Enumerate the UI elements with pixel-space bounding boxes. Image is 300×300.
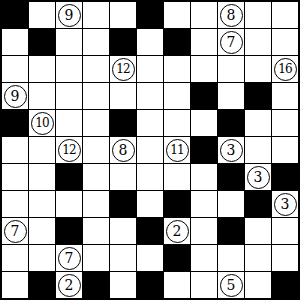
kuromasu-board: 98712169101281133372725 — [0, 0, 300, 300]
clue-circle: 7 — [4, 220, 27, 243]
white-cell[interactable] — [272, 83, 298, 109]
black-cell[interactable] — [2, 2, 28, 28]
black-cell[interactable] — [137, 2, 163, 28]
clue-circle: 11 — [166, 139, 189, 162]
black-cell[interactable] — [29, 272, 55, 298]
white-cell[interactable] — [2, 245, 28, 271]
black-cell[interactable] — [110, 110, 136, 136]
white-cell[interactable] — [83, 29, 109, 55]
white-cell[interactable] — [164, 164, 190, 190]
white-cell[interactable] — [2, 272, 28, 298]
clue-cell: 2 — [56, 272, 82, 298]
white-cell[interactable] — [272, 245, 298, 271]
clue-circle: 16 — [274, 58, 297, 81]
clue-cell: 10 — [29, 110, 55, 136]
white-cell[interactable] — [137, 191, 163, 217]
white-cell[interactable] — [29, 2, 55, 28]
black-cell[interactable] — [191, 83, 217, 109]
white-cell[interactable] — [218, 191, 244, 217]
white-cell[interactable] — [137, 164, 163, 190]
white-cell[interactable] — [2, 137, 28, 163]
clue-cell: 2 — [164, 218, 190, 244]
clue-cell: 7 — [56, 245, 82, 271]
white-cell[interactable] — [29, 245, 55, 271]
clue-circle: 2 — [166, 220, 189, 243]
clue-circle: 9 — [58, 4, 81, 27]
white-cell[interactable] — [191, 29, 217, 55]
clue-circle: 8 — [112, 139, 135, 162]
clue-circle: 10 — [31, 112, 54, 135]
white-cell[interactable] — [245, 137, 271, 163]
clue-circle: 2 — [58, 274, 81, 297]
white-cell[interactable] — [137, 110, 163, 136]
white-cell[interactable] — [191, 245, 217, 271]
clue-cell: 16 — [272, 56, 298, 82]
clue-cell: 3 — [272, 191, 298, 217]
white-cell[interactable] — [29, 191, 55, 217]
white-cell[interactable] — [245, 245, 271, 271]
clue-circle: 12 — [112, 58, 135, 81]
clue-circle: 7 — [58, 247, 81, 270]
clue-cell: 3 — [218, 137, 244, 163]
clue-cell: 8 — [218, 2, 244, 28]
white-cell[interactable] — [110, 272, 136, 298]
clue-cell: 9 — [2, 83, 28, 109]
black-cell[interactable] — [137, 218, 163, 244]
black-cell[interactable] — [56, 164, 82, 190]
white-cell[interactable] — [29, 164, 55, 190]
clue-cell: 7 — [218, 29, 244, 55]
white-cell[interactable] — [191, 191, 217, 217]
white-cell[interactable] — [272, 137, 298, 163]
white-cell[interactable] — [245, 218, 271, 244]
white-cell[interactable] — [56, 191, 82, 217]
black-cell[interactable] — [29, 29, 55, 55]
clue-circle: 12 — [58, 139, 81, 162]
clue-cell: 12 — [56, 137, 82, 163]
white-cell[interactable] — [272, 2, 298, 28]
white-cell[interactable] — [110, 164, 136, 190]
clue-circle: 7 — [220, 31, 243, 54]
white-cell[interactable] — [191, 272, 217, 298]
black-cell[interactable] — [137, 272, 163, 298]
black-cell[interactable] — [110, 191, 136, 217]
white-cell[interactable] — [83, 83, 109, 109]
white-cell[interactable] — [245, 56, 271, 82]
white-cell[interactable] — [137, 245, 163, 271]
white-cell[interactable] — [29, 137, 55, 163]
white-cell[interactable] — [110, 2, 136, 28]
white-cell[interactable] — [2, 29, 28, 55]
white-cell[interactable] — [245, 2, 271, 28]
black-cell[interactable] — [218, 218, 244, 244]
white-cell[interactable] — [272, 218, 298, 244]
white-cell[interactable] — [245, 272, 271, 298]
white-cell[interactable] — [164, 272, 190, 298]
black-cell[interactable] — [272, 164, 298, 190]
white-cell[interactable] — [191, 56, 217, 82]
white-cell[interactable] — [191, 110, 217, 136]
clue-circle: 3 — [274, 193, 297, 216]
clue-circle: 9 — [4, 85, 27, 108]
clue-cell: 8 — [110, 137, 136, 163]
white-cell[interactable] — [83, 137, 109, 163]
black-cell[interactable] — [56, 218, 82, 244]
black-cell[interactable] — [164, 245, 190, 271]
black-cell[interactable] — [83, 272, 109, 298]
white-cell[interactable] — [191, 164, 217, 190]
white-cell[interactable] — [110, 83, 136, 109]
white-cell[interactable] — [110, 218, 136, 244]
white-cell[interactable] — [164, 110, 190, 136]
white-cell[interactable] — [56, 83, 82, 109]
white-cell[interactable] — [191, 2, 217, 28]
white-cell[interactable] — [2, 56, 28, 82]
black-cell[interactable] — [110, 29, 136, 55]
white-cell[interactable] — [218, 245, 244, 271]
clue-cell: 5 — [218, 272, 244, 298]
clue-circle: 5 — [220, 274, 243, 297]
white-cell[interactable] — [56, 29, 82, 55]
white-cell[interactable] — [137, 137, 163, 163]
black-cell[interactable] — [245, 83, 271, 109]
white-cell[interactable] — [245, 110, 271, 136]
clue-cell: 3 — [245, 164, 271, 190]
white-cell[interactable] — [272, 29, 298, 55]
clue-cell: 11 — [164, 137, 190, 163]
white-cell[interactable] — [83, 218, 109, 244]
white-cell[interactable] — [29, 218, 55, 244]
black-cell[interactable] — [191, 137, 217, 163]
clue-circle: 3 — [247, 166, 270, 189]
clue-circle: 8 — [220, 4, 243, 27]
black-cell[interactable] — [2, 110, 28, 136]
white-cell[interactable] — [56, 56, 82, 82]
white-cell[interactable] — [164, 56, 190, 82]
white-cell[interactable] — [2, 191, 28, 217]
white-cell[interactable] — [83, 2, 109, 28]
white-cell[interactable] — [137, 56, 163, 82]
black-cell[interactable] — [218, 164, 244, 190]
black-cell[interactable] — [272, 272, 298, 298]
white-cell[interactable] — [83, 245, 109, 271]
white-cell[interactable] — [137, 29, 163, 55]
white-cell[interactable] — [272, 110, 298, 136]
black-cell[interactable] — [164, 29, 190, 55]
white-cell[interactable] — [164, 2, 190, 28]
white-cell[interactable] — [56, 110, 82, 136]
white-cell[interactable] — [2, 164, 28, 190]
black-cell[interactable] — [218, 110, 244, 136]
white-cell[interactable] — [110, 245, 136, 271]
white-cell[interactable] — [245, 29, 271, 55]
white-cell[interactable] — [164, 83, 190, 109]
clue-cell: 7 — [2, 218, 28, 244]
black-cell[interactable] — [245, 191, 271, 217]
white-cell[interactable] — [83, 110, 109, 136]
clue-circle: 3 — [220, 139, 243, 162]
black-cell[interactable] — [164, 191, 190, 217]
white-cell[interactable] — [29, 83, 55, 109]
clue-cell: 9 — [56, 2, 82, 28]
white-cell[interactable] — [83, 191, 109, 217]
clue-cell: 12 — [110, 56, 136, 82]
white-cell[interactable] — [218, 56, 244, 82]
white-cell[interactable] — [137, 83, 163, 109]
white-cell[interactable] — [218, 83, 244, 109]
white-cell[interactable] — [191, 218, 217, 244]
white-cell[interactable] — [83, 56, 109, 82]
white-cell[interactable] — [83, 164, 109, 190]
white-cell[interactable] — [29, 56, 55, 82]
